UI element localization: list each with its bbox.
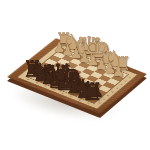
- chess-set-photo: abcdefgh 12345678 ♜♞♝♛♚♝♞♜♟♟♟♟♟♟♟♟♟♟♟♟♟♟…: [0, 0, 150, 150]
